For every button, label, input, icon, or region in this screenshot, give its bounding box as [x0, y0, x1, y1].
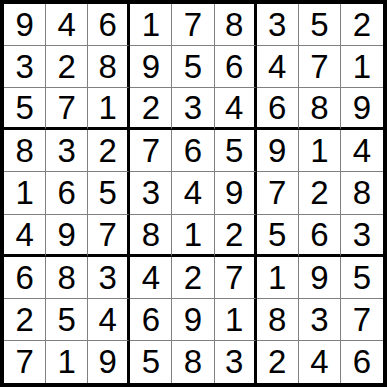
sudoku-cell-r5c2[interactable]: 6	[46, 172, 88, 214]
sudoku-cell-r9c2[interactable]: 1	[46, 341, 88, 383]
sudoku-cell-r6c8[interactable]: 6	[299, 215, 341, 257]
sudoku-cell-r5c8[interactable]: 2	[299, 172, 341, 214]
sudoku-cell-r2c5[interactable]: 5	[172, 46, 214, 88]
sudoku-cell-r8c4[interactable]: 6	[130, 299, 172, 341]
sudoku-cell-r5c4[interactable]: 3	[130, 172, 172, 214]
sudoku-cell-r6c2[interactable]: 9	[46, 215, 88, 257]
sudoku-cell-r1c4[interactable]: 1	[130, 4, 172, 46]
sudoku-cell-r6c6[interactable]: 2	[215, 215, 257, 257]
sudoku-cell-r8c7[interactable]: 8	[257, 299, 299, 341]
sudoku-cell-r1c6[interactable]: 8	[215, 4, 257, 46]
sudoku-cell-r8c6[interactable]: 1	[215, 299, 257, 341]
sudoku-cell-r9c7[interactable]: 2	[257, 341, 299, 383]
sudoku-cell-r7c8[interactable]: 9	[299, 257, 341, 299]
sudoku-cell-r4c6[interactable]: 5	[215, 130, 257, 172]
sudoku-cell-r4c7[interactable]: 9	[257, 130, 299, 172]
sudoku-cell-r7c7[interactable]: 1	[257, 257, 299, 299]
sudoku-cell-r4c2[interactable]: 3	[46, 130, 88, 172]
sudoku-cell-r2c9[interactable]: 1	[341, 46, 383, 88]
sudoku-cell-r1c2[interactable]: 4	[46, 4, 88, 46]
sudoku-cell-r4c4[interactable]: 7	[130, 130, 172, 172]
sudoku-cell-r3c9[interactable]: 9	[341, 88, 383, 130]
sudoku-cell-r6c4[interactable]: 8	[130, 215, 172, 257]
sudoku-cell-r6c5[interactable]: 1	[172, 215, 214, 257]
sudoku-cell-r9c5[interactable]: 8	[172, 341, 214, 383]
sudoku-cell-r5c7[interactable]: 7	[257, 172, 299, 214]
sudoku-cell-r3c2[interactable]: 7	[46, 88, 88, 130]
sudoku-cell-r9c9[interactable]: 6	[341, 341, 383, 383]
sudoku-cell-r4c9[interactable]: 4	[341, 130, 383, 172]
sudoku-cell-r6c3[interactable]: 7	[88, 215, 130, 257]
sudoku-cell-r7c2[interactable]: 8	[46, 257, 88, 299]
sudoku-cell-r6c7[interactable]: 5	[257, 215, 299, 257]
sudoku-cell-r3c3[interactable]: 1	[88, 88, 130, 130]
sudoku-cell-r8c2[interactable]: 5	[46, 299, 88, 341]
sudoku-cell-r1c9[interactable]: 2	[341, 4, 383, 46]
sudoku-cell-r5c9[interactable]: 8	[341, 172, 383, 214]
sudoku-cell-r6c1[interactable]: 4	[4, 215, 46, 257]
sudoku-cell-r8c8[interactable]: 3	[299, 299, 341, 341]
sudoku-cell-r3c5[interactable]: 3	[172, 88, 214, 130]
sudoku-cell-r9c3[interactable]: 9	[88, 341, 130, 383]
sudoku-cell-r7c5[interactable]: 2	[172, 257, 214, 299]
sudoku-cell-r5c1[interactable]: 1	[4, 172, 46, 214]
sudoku-cell-r9c6[interactable]: 3	[215, 341, 257, 383]
sudoku-cell-r3c1[interactable]: 5	[4, 88, 46, 130]
sudoku-cell-r2c1[interactable]: 3	[4, 46, 46, 88]
sudoku-cell-r8c9[interactable]: 7	[341, 299, 383, 341]
sudoku-cell-r9c8[interactable]: 4	[299, 341, 341, 383]
sudoku-cell-r4c8[interactable]: 1	[299, 130, 341, 172]
sudoku-cell-r2c4[interactable]: 9	[130, 46, 172, 88]
sudoku-cell-r1c3[interactable]: 6	[88, 4, 130, 46]
sudoku-cell-r5c6[interactable]: 9	[215, 172, 257, 214]
sudoku-cell-r7c4[interactable]: 4	[130, 257, 172, 299]
sudoku-cell-r4c3[interactable]: 2	[88, 130, 130, 172]
sudoku-cell-r2c6[interactable]: 6	[215, 46, 257, 88]
sudoku-cell-r8c1[interactable]: 2	[4, 299, 46, 341]
sudoku-cell-r2c2[interactable]: 2	[46, 46, 88, 88]
sudoku-cell-r7c3[interactable]: 3	[88, 257, 130, 299]
sudoku-board: 9461783523289564715712346898327659141653…	[0, 0, 387, 387]
sudoku-cell-r2c3[interactable]: 8	[88, 46, 130, 88]
sudoku-cell-r1c1[interactable]: 9	[4, 4, 46, 46]
sudoku-cell-r2c8[interactable]: 7	[299, 46, 341, 88]
sudoku-cell-r7c1[interactable]: 6	[4, 257, 46, 299]
sudoku-cell-r3c8[interactable]: 8	[299, 88, 341, 130]
sudoku-cell-r3c7[interactable]: 6	[257, 88, 299, 130]
sudoku-cell-r1c7[interactable]: 3	[257, 4, 299, 46]
sudoku-cell-r7c6[interactable]: 7	[215, 257, 257, 299]
sudoku-cell-r9c4[interactable]: 5	[130, 341, 172, 383]
sudoku-cell-r5c5[interactable]: 4	[172, 172, 214, 214]
sudoku-cell-r5c3[interactable]: 5	[88, 172, 130, 214]
sudoku-cell-r1c5[interactable]: 7	[172, 4, 214, 46]
sudoku-cell-r8c5[interactable]: 9	[172, 299, 214, 341]
sudoku-cell-r2c7[interactable]: 4	[257, 46, 299, 88]
sudoku-cell-r6c9[interactable]: 3	[341, 215, 383, 257]
sudoku-cell-r3c4[interactable]: 2	[130, 88, 172, 130]
sudoku-cell-r1c8[interactable]: 5	[299, 4, 341, 46]
sudoku-cell-r7c9[interactable]: 5	[341, 257, 383, 299]
sudoku-cell-r4c1[interactable]: 8	[4, 130, 46, 172]
sudoku-cell-r8c3[interactable]: 4	[88, 299, 130, 341]
sudoku-cell-r3c6[interactable]: 4	[215, 88, 257, 130]
sudoku-cell-r4c5[interactable]: 6	[172, 130, 214, 172]
sudoku-cell-r9c1[interactable]: 7	[4, 341, 46, 383]
